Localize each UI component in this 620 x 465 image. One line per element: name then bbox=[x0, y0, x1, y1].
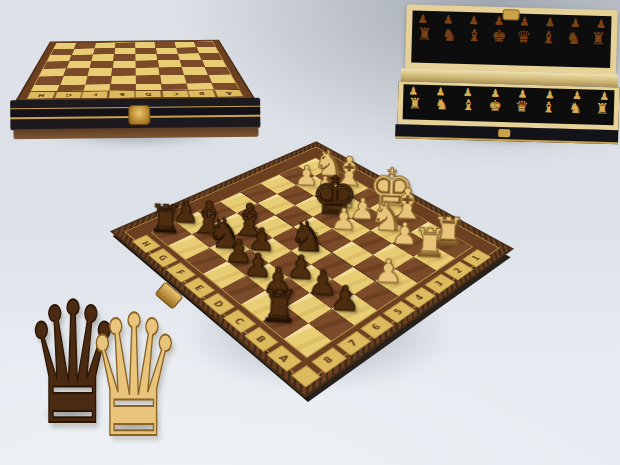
main-board-scene: HGFEDCBA 12345678 ♞♝♚♝♜♟♟♟♟♞♟♜♚♟♟♟♞♝♟♟♟♟… bbox=[169, 97, 455, 383]
closed-box-letter: A bbox=[215, 90, 243, 97]
open-box-lid-tray: ♟♟♟♟♟♟♟♟ ♜♞♝♚♛♝♞♜ bbox=[405, 4, 618, 74]
chess-piece-dark-p: ♟ bbox=[328, 281, 362, 317]
stored-piece-b: ♝ bbox=[466, 27, 482, 44]
open-box-clasp bbox=[502, 9, 519, 20]
closed-box-letter: H bbox=[27, 92, 55, 99]
stored-piece-n: ♞ bbox=[566, 30, 582, 47]
closed-box-letter: G bbox=[55, 92, 82, 99]
chess-piece-dark-r: ♜ bbox=[258, 283, 293, 329]
closed-box-letter: F bbox=[82, 91, 108, 98]
stored-piece-b: ♝ bbox=[461, 98, 475, 113]
chess-piece-light-p: ♟ bbox=[329, 204, 358, 235]
chess-piece-dark-r: ♜ bbox=[148, 199, 178, 239]
closed-box-checker-pattern bbox=[31, 42, 238, 91]
stored-piece-b: ♝ bbox=[541, 29, 557, 46]
closed-box-checkerboard-top: HGFEDCBA bbox=[15, 40, 255, 102]
stored-piece-r: ♜ bbox=[417, 26, 433, 43]
stored-piece-n: ♞ bbox=[442, 26, 458, 43]
stored-piece-b: ♝ bbox=[542, 100, 556, 115]
stored-piece-k: ♚ bbox=[488, 99, 502, 114]
stored-piece-k: ♚ bbox=[491, 28, 507, 45]
board-squares-grid: ♞♝♚♝♜♟♟♟♟♞♟♜♚♟♟♟♞♝♟♟♟♟♟♝♞♟♟♟♜♜ bbox=[151, 158, 473, 359]
stored-piece-q: ♛ bbox=[515, 99, 529, 114]
closed-box-letter: D bbox=[136, 91, 161, 98]
stored-piece-r: ♜ bbox=[590, 31, 606, 48]
closed-box-letter: E bbox=[109, 91, 134, 98]
closed-box-clasp bbox=[128, 105, 150, 125]
closed-box-letter: B bbox=[189, 90, 216, 97]
foreground-light-queen: ♛ bbox=[84, 293, 170, 461]
chess-piece-light-r: ♜ bbox=[412, 222, 443, 263]
stored-piece-r: ♜ bbox=[595, 102, 609, 117]
stored-piece-n: ♞ bbox=[568, 101, 582, 116]
chess-piece-light-p: ♟ bbox=[372, 254, 404, 288]
stored-piece-q: ♛ bbox=[516, 28, 532, 45]
open-box-bottom-clasp bbox=[498, 129, 510, 137]
